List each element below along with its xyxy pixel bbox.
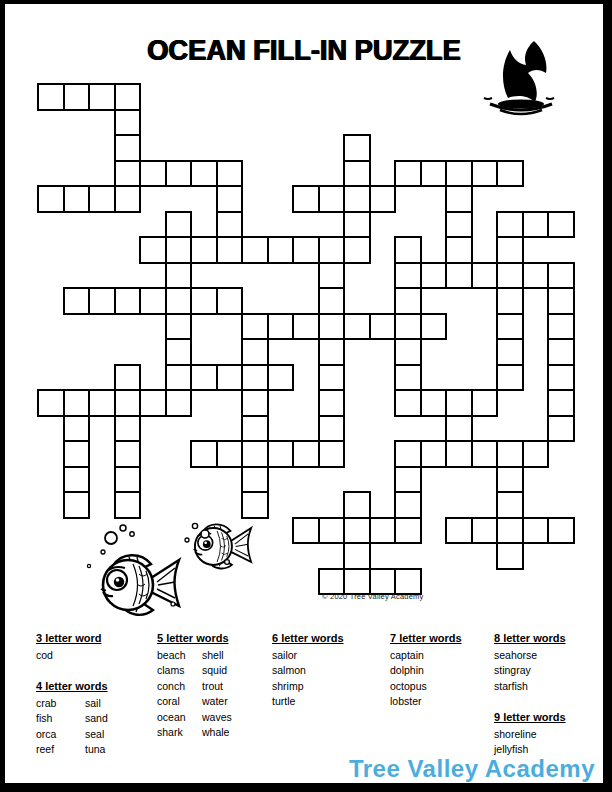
grid-cell[interactable] [318, 389, 346, 417]
word-item: salmon [272, 663, 306, 678]
grid-cell[interactable] [139, 389, 167, 417]
grid-cell[interactable] [318, 440, 346, 468]
grid-cell[interactable] [445, 389, 473, 417]
grid-cell[interactable] [241, 389, 269, 417]
grid-cell[interactable] [114, 134, 142, 162]
grid-cell[interactable] [114, 160, 142, 188]
word-item: turtle [272, 694, 306, 709]
word-item: seahorse [494, 648, 537, 663]
grid-cell[interactable] [343, 542, 371, 570]
grid-cell[interactable] [471, 517, 499, 545]
word-item: sail [85, 696, 108, 711]
word-item: shoreline [494, 727, 537, 742]
grid-cell[interactable] [241, 491, 269, 519]
grid-cell[interactable] [63, 83, 91, 111]
word-list-5-letter: 5 letter words beach clams conch coral o… [157, 632, 232, 740]
grid-cell[interactable] [114, 109, 142, 137]
grid-cell[interactable] [471, 160, 499, 188]
grid-cell[interactable] [114, 440, 142, 468]
grid-cell[interactable] [318, 236, 346, 264]
grid-cell[interactable] [496, 491, 524, 519]
grid-cell[interactable] [318, 517, 346, 545]
grid-cell[interactable] [190, 440, 218, 468]
grid-cell[interactable] [343, 211, 371, 239]
grid-cell[interactable] [420, 440, 448, 468]
grid-cell[interactable] [88, 287, 116, 315]
grid-cell[interactable] [267, 313, 295, 341]
word-item: clams [157, 663, 202, 678]
grid-cell[interactable] [114, 466, 142, 494]
word-item: starfish [494, 679, 537, 694]
word-item: squid [202, 663, 232, 678]
grid-cell[interactable] [445, 415, 473, 443]
grid-cell[interactable] [165, 160, 193, 188]
brand-logo-text: Tree Valley Academy [349, 755, 595, 783]
grid-cell[interactable] [394, 287, 422, 315]
word-list-heading: 8 letter words [494, 632, 566, 645]
grid-cell[interactable] [318, 338, 346, 366]
grid-cell[interactable] [547, 262, 575, 290]
word-item: seal [85, 727, 108, 742]
grid-cell[interactable] [496, 262, 524, 290]
grid-cell[interactable] [343, 313, 371, 341]
grid-cell[interactable] [216, 364, 244, 392]
grid-cell[interactable] [420, 160, 448, 188]
grid-cell[interactable] [547, 313, 575, 341]
grid-cell[interactable] [216, 211, 244, 239]
grid-cell[interactable] [216, 185, 244, 213]
grid-cell[interactable] [114, 287, 142, 315]
grid-cell[interactable] [343, 185, 371, 213]
word-item: ocean [157, 710, 202, 725]
grid-cell[interactable] [37, 185, 65, 213]
grid-cell[interactable] [445, 160, 473, 188]
grid-cell[interactable] [114, 415, 142, 443]
grid-cell[interactable] [394, 440, 422, 468]
grid-cell[interactable] [496, 338, 524, 366]
word-item: orca [36, 727, 85, 742]
grid-cell[interactable] [420, 262, 448, 290]
grid-cell[interactable] [394, 313, 422, 341]
word-item: fish [36, 711, 85, 726]
grid-cell[interactable] [241, 338, 269, 366]
grid-cell[interactable] [522, 211, 550, 239]
grid-cell[interactable] [63, 440, 91, 468]
grid-cell[interactable] [394, 389, 422, 417]
grid-cell[interactable] [241, 236, 269, 264]
grid-cell[interactable] [292, 185, 320, 213]
grid-cell[interactable] [139, 236, 167, 264]
grid-cell[interactable] [292, 517, 320, 545]
grid-cell[interactable] [496, 364, 524, 392]
grid-cell[interactable] [139, 287, 167, 315]
grid-cell[interactable] [88, 185, 116, 213]
grid-cell[interactable] [496, 466, 524, 494]
grid-cell[interactable] [394, 364, 422, 392]
word-item: shark [157, 725, 202, 740]
word-item: trout [202, 679, 232, 694]
word-item: octopus [390, 679, 427, 694]
grid-cell[interactable] [394, 262, 422, 290]
word-list-heading: 3 letter word [36, 632, 101, 645]
grid-cell[interactable] [114, 491, 142, 519]
word-item: captain [390, 648, 427, 663]
fish-illustration [77, 516, 262, 622]
grid-cell[interactable] [292, 313, 320, 341]
grid-cell[interactable] [190, 160, 218, 188]
grid-cell[interactable] [165, 287, 193, 315]
grid-cell[interactable] [114, 364, 142, 392]
grid-cell[interactable] [343, 236, 371, 264]
grid-cell[interactable] [88, 389, 116, 417]
grid-cell[interactable] [496, 287, 524, 315]
grid-cell[interactable] [37, 83, 65, 111]
word-item: beach [157, 648, 202, 663]
grid-cell[interactable] [114, 389, 142, 417]
grid-cell[interactable] [496, 440, 524, 468]
grid-cell[interactable] [216, 287, 244, 315]
grid-cell[interactable] [165, 313, 193, 341]
grid-cell[interactable] [63, 389, 91, 417]
grid-cell[interactable] [369, 313, 397, 341]
word-item: shell [202, 648, 232, 663]
grid-cell[interactable] [522, 517, 550, 545]
grid-cell[interactable] [547, 415, 575, 443]
grid-cell[interactable] [292, 236, 320, 264]
grid-cell[interactable] [318, 415, 346, 443]
grid-cell[interactable] [63, 415, 91, 443]
word-list-4-letter: 4 letter words crab fish orca reef sail … [36, 680, 108, 758]
word-item: stingray [494, 663, 537, 678]
grid-cell[interactable] [241, 440, 269, 468]
grid-cell[interactable] [241, 364, 269, 392]
grid-cell[interactable] [343, 134, 371, 162]
word-item: conch [157, 679, 202, 694]
grid-cell[interactable] [522, 440, 550, 468]
word-item: shrimp [272, 679, 306, 694]
grid-cell[interactable] [394, 338, 422, 366]
word-list-6-letter: 6 letter words sailor salmon shrimp turt… [272, 632, 344, 710]
grid-cell[interactable] [445, 211, 473, 239]
grid-cell[interactable] [369, 185, 397, 213]
grid-cell[interactable] [216, 440, 244, 468]
grid-cell[interactable] [318, 185, 346, 213]
grid-cell[interactable] [445, 262, 473, 290]
grid-cell[interactable] [139, 160, 167, 188]
grid-cell[interactable] [496, 236, 524, 264]
grid-cell[interactable] [165, 338, 193, 366]
word-list-heading: 7 letter words [390, 632, 462, 645]
grid-cell[interactable] [394, 491, 422, 519]
word-item: lobster [390, 694, 427, 709]
grid-cell[interactable] [241, 466, 269, 494]
grid-cell[interactable] [216, 236, 244, 264]
grid-cell[interactable] [471, 440, 499, 468]
grid-cell[interactable] [165, 211, 193, 239]
grid-cell[interactable] [63, 466, 91, 494]
grid-cell[interactable] [241, 313, 269, 341]
word-item: whale [202, 725, 232, 740]
grid-cell[interactable] [496, 542, 524, 570]
grid-cell[interactable] [63, 491, 91, 519]
grid-cell[interactable] [522, 262, 550, 290]
grid-cell[interactable] [369, 517, 397, 545]
grid-cell[interactable] [190, 236, 218, 264]
grid-cell[interactable] [445, 236, 473, 264]
word-item: crab [36, 696, 85, 711]
grid-cell[interactable] [292, 440, 320, 468]
grid-cell[interactable] [37, 389, 65, 417]
grid-cell[interactable] [394, 517, 422, 545]
copyright-note: © 2020 Tree Valley Academy [322, 592, 423, 601]
word-list-9-letter: 9 letter words shoreline jellyfish [494, 711, 566, 758]
grid-cell[interactable] [190, 364, 218, 392]
grid-cell[interactable] [445, 517, 473, 545]
grid-cell[interactable] [343, 491, 371, 519]
grid-cell[interactable] [165, 236, 193, 264]
grid-cell[interactable] [471, 389, 499, 417]
grid-cell[interactable] [445, 185, 473, 213]
grid-cell[interactable] [165, 389, 193, 417]
grid-cell[interactable] [343, 517, 371, 545]
word-item: reef [36, 742, 85, 757]
grid-cell[interactable] [216, 160, 244, 188]
word-item: sailor [272, 648, 306, 663]
grid-cell[interactable] [496, 313, 524, 341]
grid-cell[interactable] [471, 262, 499, 290]
word-list-heading: 9 letter words [494, 711, 566, 724]
grid-cell[interactable] [318, 287, 346, 315]
grid-cell[interactable] [267, 236, 295, 264]
word-item: tuna [85, 742, 108, 757]
word-list-3-letter: 3 letter word cod [36, 632, 101, 663]
word-item: cod [36, 648, 85, 663]
word-item: water [202, 694, 232, 709]
grid-cell[interactable] [165, 262, 193, 290]
grid-cell[interactable] [88, 83, 116, 111]
grid-cell[interactable] [547, 338, 575, 366]
grid-cell[interactable] [547, 364, 575, 392]
word-list-heading: 5 letter words [157, 632, 232, 645]
word-list-heading: 4 letter words [36, 680, 108, 693]
grid-cell[interactable] [343, 160, 371, 188]
grid-cell[interactable] [394, 236, 422, 264]
word-item: waves [202, 710, 232, 725]
grid-cell[interactable] [63, 185, 91, 213]
grid-cell[interactable] [190, 287, 218, 315]
grid-cell[interactable] [496, 160, 524, 188]
grid-cell[interactable] [496, 211, 524, 239]
grid-cell[interactable] [445, 440, 473, 468]
grid-cell[interactable] [267, 440, 295, 468]
grid-cell[interactable] [165, 364, 193, 392]
grid-cell[interactable] [267, 364, 295, 392]
grid-cell[interactable] [241, 415, 269, 443]
grid-cell[interactable] [318, 262, 346, 290]
word-item: coral [157, 694, 202, 709]
grid-cell[interactable] [547, 211, 575, 239]
word-list-7-letter: 7 letter words captain dolphin octopus l… [390, 632, 462, 710]
grid-cell[interactable] [114, 83, 142, 111]
grid-cell[interactable] [394, 466, 422, 494]
grid-cell[interactable] [420, 389, 448, 417]
grid-cell[interactable] [114, 185, 142, 213]
grid-cell[interactable] [63, 287, 91, 315]
grid-cell[interactable] [547, 389, 575, 417]
grid-cell[interactable] [318, 313, 346, 341]
grid-cell[interactable] [394, 160, 422, 188]
word-item: sand [85, 711, 108, 726]
puzzle-page: OCEAN FILL-IN PUZZLE © 2020 Tree Valley … [5, 4, 603, 783]
grid-cell[interactable] [420, 313, 448, 341]
grid-cell[interactable] [496, 517, 524, 545]
word-item: dolphin [390, 663, 427, 678]
word-list-8-letter: 8 letter words seahorse stingray starfis… [494, 632, 566, 694]
word-list-heading: 6 letter words [272, 632, 344, 645]
grid-cell[interactable] [547, 517, 575, 545]
grid-cell[interactable] [547, 287, 575, 315]
grid-cell[interactable] [318, 364, 346, 392]
